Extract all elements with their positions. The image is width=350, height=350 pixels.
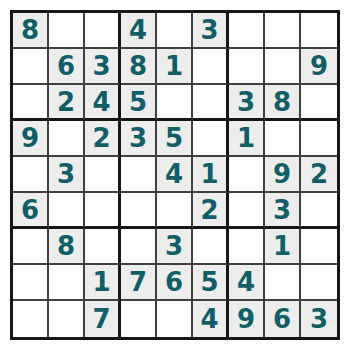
cell-r8c3: 1 — [85, 265, 121, 301]
cell-r8c1[interactable] — [13, 265, 49, 301]
cell-r9c9: 3 — [301, 301, 337, 337]
cell-r7c7[interactable] — [229, 229, 265, 265]
cell-r9c2[interactable] — [49, 301, 85, 337]
cell-r9c4[interactable] — [121, 301, 157, 337]
cell-r3c2: 2 — [49, 85, 85, 121]
cell-r2c7[interactable] — [229, 49, 265, 85]
cell-r6c2[interactable] — [49, 193, 85, 229]
cell-r6c3[interactable] — [85, 193, 121, 229]
cell-r6c1: 6 — [13, 193, 49, 229]
cell-r6c9[interactable] — [301, 193, 337, 229]
cell-r4c5: 5 — [157, 121, 193, 157]
cell-r9c7: 9 — [229, 301, 265, 337]
cell-r7c6[interactable] — [193, 229, 229, 265]
cell-r8c5: 6 — [157, 265, 193, 301]
cell-r8c8[interactable] — [265, 265, 301, 301]
cell-r2c3: 3 — [85, 49, 121, 85]
cell-r2c9: 9 — [301, 49, 337, 85]
cell-r8c2[interactable] — [49, 265, 85, 301]
cell-r2c6[interactable] — [193, 49, 229, 85]
cell-r5c4[interactable] — [121, 157, 157, 193]
cell-r9c3: 7 — [85, 301, 121, 337]
cell-r4c3: 2 — [85, 121, 121, 157]
cell-r4c2[interactable] — [49, 121, 85, 157]
cell-r4c6[interactable] — [193, 121, 229, 157]
cell-r3c7: 3 — [229, 85, 265, 121]
cell-r2c4: 8 — [121, 49, 157, 85]
cell-r5c8: 9 — [265, 157, 301, 193]
cell-r4c9[interactable] — [301, 121, 337, 157]
cell-r1c8[interactable] — [265, 13, 301, 49]
cell-r7c9[interactable] — [301, 229, 337, 265]
cell-r7c5: 3 — [157, 229, 193, 265]
cell-r3c1[interactable] — [13, 85, 49, 121]
cell-r5c3[interactable] — [85, 157, 121, 193]
cell-r3c8: 8 — [265, 85, 301, 121]
cell-r4c7: 1 — [229, 121, 265, 157]
cell-r9c6: 4 — [193, 301, 229, 337]
cell-r1c5[interactable] — [157, 13, 193, 49]
cell-r6c6: 2 — [193, 193, 229, 229]
cell-r1c9[interactable] — [301, 13, 337, 49]
cell-r4c4: 3 — [121, 121, 157, 157]
cell-r6c8: 3 — [265, 193, 301, 229]
cell-r2c8[interactable] — [265, 49, 301, 85]
sudoku-board: 843638192453892351341926238311765474963 — [10, 10, 340, 340]
cell-r5c1[interactable] — [13, 157, 49, 193]
cell-r4c8[interactable] — [265, 121, 301, 157]
cell-r3c6[interactable] — [193, 85, 229, 121]
cell-r5c2: 3 — [49, 157, 85, 193]
cell-r2c2: 6 — [49, 49, 85, 85]
cell-r5c7[interactable] — [229, 157, 265, 193]
cell-r3c4: 5 — [121, 85, 157, 121]
cell-r9c5[interactable] — [157, 301, 193, 337]
cell-r2c1[interactable] — [13, 49, 49, 85]
cell-r9c1[interactable] — [13, 301, 49, 337]
cell-r2c5: 1 — [157, 49, 193, 85]
cell-r1c2[interactable] — [49, 13, 85, 49]
cell-r8c7: 4 — [229, 265, 265, 301]
cell-r7c2: 8 — [49, 229, 85, 265]
cell-r9c8: 6 — [265, 301, 301, 337]
cell-r8c4: 7 — [121, 265, 157, 301]
cell-r5c9: 2 — [301, 157, 337, 193]
cell-r4c1: 9 — [13, 121, 49, 157]
cell-r6c5[interactable] — [157, 193, 193, 229]
cell-r5c6: 1 — [193, 157, 229, 193]
cell-r6c4[interactable] — [121, 193, 157, 229]
cell-r7c4[interactable] — [121, 229, 157, 265]
cell-r3c3: 4 — [85, 85, 121, 121]
cell-r5c5: 4 — [157, 157, 193, 193]
cell-r3c5[interactable] — [157, 85, 193, 121]
cell-r7c1[interactable] — [13, 229, 49, 265]
cell-r8c6: 5 — [193, 265, 229, 301]
cell-r8c9[interactable] — [301, 265, 337, 301]
cell-r1c3[interactable] — [85, 13, 121, 49]
cell-r1c1: 8 — [13, 13, 49, 49]
cell-r1c7[interactable] — [229, 13, 265, 49]
cell-r3c9[interactable] — [301, 85, 337, 121]
cell-r7c3[interactable] — [85, 229, 121, 265]
cell-r7c8: 1 — [265, 229, 301, 265]
cell-r6c7[interactable] — [229, 193, 265, 229]
cell-r1c6: 3 — [193, 13, 229, 49]
cell-r1c4: 4 — [121, 13, 157, 49]
